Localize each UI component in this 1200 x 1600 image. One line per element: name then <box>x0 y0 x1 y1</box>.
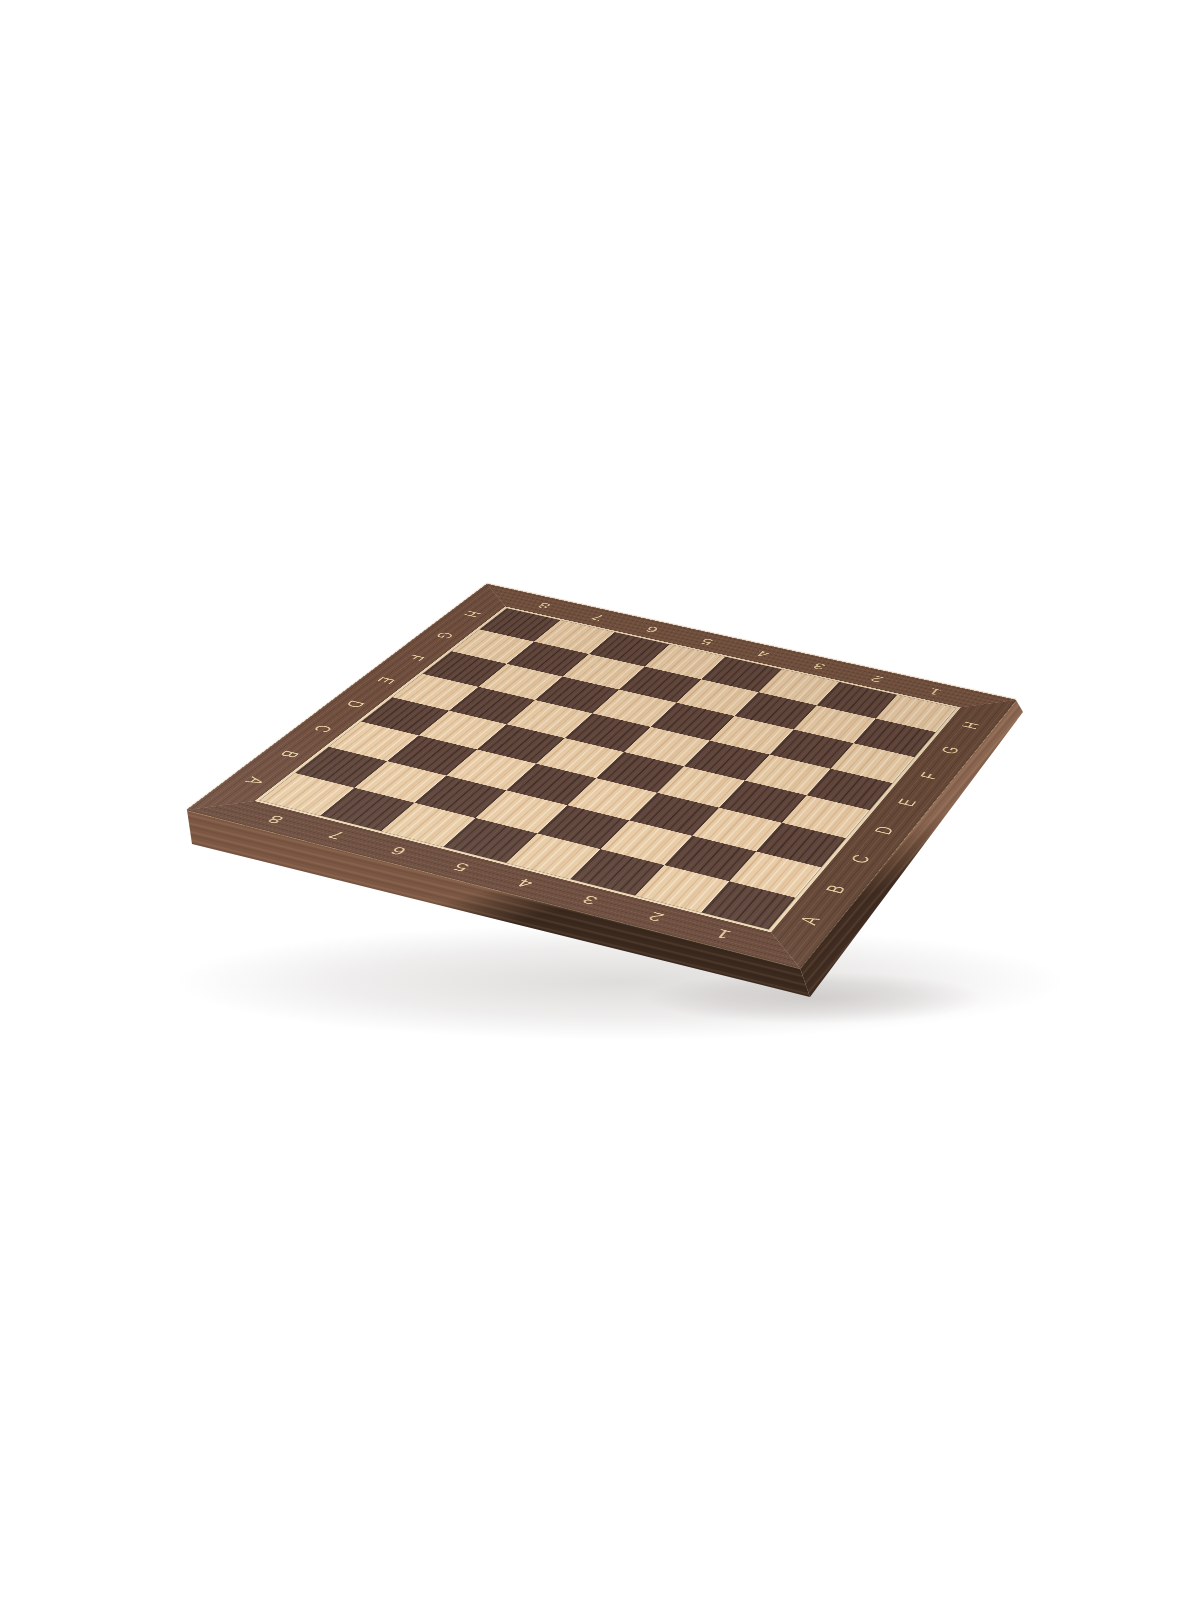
product-photo: AABBCCDDEEFFGGHH1122334455667788 <box>0 0 1200 1600</box>
